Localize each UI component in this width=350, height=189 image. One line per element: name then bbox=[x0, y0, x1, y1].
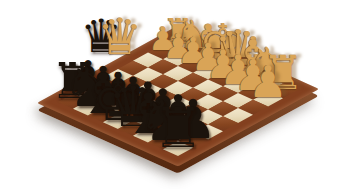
chess-board bbox=[37, 26, 319, 167]
board-grid bbox=[58, 36, 298, 156]
piece-black-queen: ♛ bbox=[80, 13, 121, 59]
chess-set-photo: ♜♞♝♛♚♝♞♜♟♟♟♟♟♟♟♟♟♟♟♟♟♟♟♟♜♞♝♛♚♝♞♜♛♛ bbox=[0, 0, 350, 189]
